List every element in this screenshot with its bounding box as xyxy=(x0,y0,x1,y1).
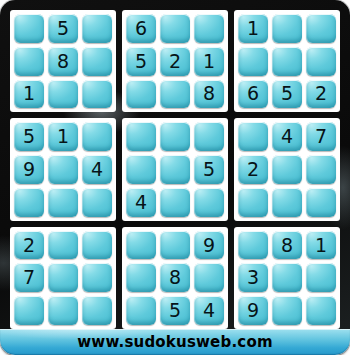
cell-r6c3[interactable] xyxy=(82,188,112,217)
cell-r4c7[interactable] xyxy=(238,122,268,151)
cell-r1c8[interactable] xyxy=(272,14,302,43)
cell-r7c2[interactable] xyxy=(48,231,78,260)
cell-r8c3[interactable] xyxy=(82,263,112,292)
site-url-link[interactable]: www.sudokusweb.com xyxy=(77,333,272,351)
cell-r9c4[interactable] xyxy=(126,296,156,325)
cell-r5c6[interactable]: 5 xyxy=(194,155,224,184)
cell-r1c2[interactable]: 5 xyxy=(48,14,78,43)
cell-r3c4[interactable] xyxy=(126,80,156,109)
box-1-2: 65218 xyxy=(122,10,228,112)
cell-r3c5[interactable] xyxy=(160,80,190,109)
cell-r7c3[interactable] xyxy=(82,231,112,260)
cell-r3c8[interactable]: 5 xyxy=(272,80,302,109)
cell-r6c9[interactable] xyxy=(306,188,336,217)
cell-r8c6[interactable] xyxy=(194,263,224,292)
cell-r4c5[interactable] xyxy=(160,122,190,151)
cell-r8c7[interactable]: 3 xyxy=(238,263,268,292)
cell-r1c9[interactable] xyxy=(306,14,336,43)
cell-r2c7[interactable] xyxy=(238,47,268,76)
cell-r5c1[interactable]: 9 xyxy=(14,155,44,184)
cell-r4c2[interactable]: 1 xyxy=(48,122,78,151)
cell-r6c1[interactable] xyxy=(14,188,44,217)
cell-r5c2[interactable] xyxy=(48,155,78,184)
cell-r5c5[interactable] xyxy=(160,155,190,184)
cell-r5c4[interactable] xyxy=(126,155,156,184)
cell-r2c6[interactable]: 1 xyxy=(194,47,224,76)
cell-r5c3[interactable]: 4 xyxy=(82,155,112,184)
box-1-3: 1652 xyxy=(234,10,340,112)
cell-r7c6[interactable]: 9 xyxy=(194,231,224,260)
sudoku-board: 5816521816525194544722798548139 www.sudo… xyxy=(0,0,350,355)
cell-r2c2[interactable]: 8 xyxy=(48,47,78,76)
cell-r1c5[interactable] xyxy=(160,14,190,43)
cell-r9c5[interactable]: 5 xyxy=(160,296,190,325)
cell-r6c5[interactable] xyxy=(160,188,190,217)
cell-r3c7[interactable]: 6 xyxy=(238,80,268,109)
box-3-1: 27 xyxy=(10,227,116,329)
cell-r1c3[interactable] xyxy=(82,14,112,43)
box-2-1: 5194 xyxy=(10,118,116,220)
cell-r4c8[interactable]: 4 xyxy=(272,122,302,151)
cell-r9c2[interactable] xyxy=(48,296,78,325)
cell-r9c7[interactable]: 9 xyxy=(238,296,268,325)
cell-r7c1[interactable]: 2 xyxy=(14,231,44,260)
cell-r1c6[interactable] xyxy=(194,14,224,43)
cell-r9c6[interactable]: 4 xyxy=(194,296,224,325)
cell-r4c1[interactable]: 5 xyxy=(14,122,44,151)
board-frame: 5816521816525194544722798548139 xyxy=(0,0,350,329)
cell-r8c4[interactable] xyxy=(126,263,156,292)
cell-r2c4[interactable]: 5 xyxy=(126,47,156,76)
cell-r8c1[interactable]: 7 xyxy=(14,263,44,292)
cell-r6c7[interactable] xyxy=(238,188,268,217)
cell-r7c9[interactable]: 1 xyxy=(306,231,336,260)
cell-r8c9[interactable] xyxy=(306,263,336,292)
cell-r3c9[interactable]: 2 xyxy=(306,80,336,109)
cell-r6c2[interactable] xyxy=(48,188,78,217)
box-1-1: 581 xyxy=(10,10,116,112)
cell-r7c5[interactable] xyxy=(160,231,190,260)
cell-r5c9[interactable] xyxy=(306,155,336,184)
cell-r1c4[interactable]: 6 xyxy=(126,14,156,43)
cell-r2c5[interactable]: 2 xyxy=(160,47,190,76)
cell-r3c3[interactable] xyxy=(82,80,112,109)
cell-r4c6[interactable] xyxy=(194,122,224,151)
cell-r8c8[interactable] xyxy=(272,263,302,292)
cell-r6c8[interactable] xyxy=(272,188,302,217)
cell-r4c9[interactable]: 7 xyxy=(306,122,336,151)
footer-bar: www.sudokusweb.com xyxy=(0,329,350,355)
cell-r7c7[interactable] xyxy=(238,231,268,260)
cell-r1c7[interactable]: 1 xyxy=(238,14,268,43)
box-2-3: 472 xyxy=(234,118,340,220)
cell-r9c3[interactable] xyxy=(82,296,112,325)
cell-r8c2[interactable] xyxy=(48,263,78,292)
cell-r9c8[interactable] xyxy=(272,296,302,325)
cell-r4c3[interactable] xyxy=(82,122,112,151)
cell-r5c8[interactable] xyxy=(272,155,302,184)
sudoku-grid: 5816521816525194544722798548139 xyxy=(10,10,340,329)
cell-r9c1[interactable] xyxy=(14,296,44,325)
cell-r2c3[interactable] xyxy=(82,47,112,76)
box-2-2: 54 xyxy=(122,118,228,220)
cell-r3c6[interactable]: 8 xyxy=(194,80,224,109)
cell-r9c9[interactable] xyxy=(306,296,336,325)
cell-r7c8[interactable]: 8 xyxy=(272,231,302,260)
box-3-3: 8139 xyxy=(234,227,340,329)
cell-r3c1[interactable]: 1 xyxy=(14,80,44,109)
cell-r7c4[interactable] xyxy=(126,231,156,260)
cell-r6c4[interactable]: 4 xyxy=(126,188,156,217)
cell-r5c7[interactable]: 2 xyxy=(238,155,268,184)
cell-r6c6[interactable] xyxy=(194,188,224,217)
cell-r2c1[interactable] xyxy=(14,47,44,76)
cell-r2c9[interactable] xyxy=(306,47,336,76)
cell-r2c8[interactable] xyxy=(272,47,302,76)
cell-r3c2[interactable] xyxy=(48,80,78,109)
cell-r8c5[interactable]: 8 xyxy=(160,263,190,292)
cell-r4c4[interactable] xyxy=(126,122,156,151)
cell-r1c1[interactable] xyxy=(14,14,44,43)
box-3-2: 9854 xyxy=(122,227,228,329)
